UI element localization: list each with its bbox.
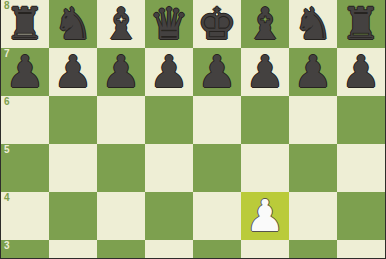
- black-pawn[interactable]: ♟: [293, 48, 332, 96]
- square-h4[interactable]: [337, 192, 385, 240]
- square-g4[interactable]: [289, 192, 337, 240]
- square-b6[interactable]: [49, 96, 97, 144]
- square-a6[interactable]: 6: [1, 96, 49, 144]
- square-c6[interactable]: [97, 96, 145, 144]
- rank-label-8: 8: [4, 1, 10, 11]
- rank-label-3: 3: [4, 241, 10, 251]
- square-f3[interactable]: [241, 240, 289, 258]
- square-g8[interactable]: ♞: [289, 0, 337, 48]
- black-bishop[interactable]: ♝: [245, 0, 284, 48]
- square-h8[interactable]: ♜: [337, 0, 385, 48]
- black-knight[interactable]: ♞: [293, 0, 332, 48]
- chess-app-screen: 8♜♞♝♛♚♝♞♜7♟♟♟♟♟♟♟♟654♟3: [0, 0, 386, 259]
- black-queen[interactable]: ♛: [149, 0, 188, 48]
- chess-board: 8♜♞♝♛♚♝♞♜7♟♟♟♟♟♟♟♟654♟3: [1, 0, 385, 258]
- black-pawn[interactable]: ♟: [149, 48, 188, 96]
- rank-label-5: 5: [4, 145, 10, 155]
- square-c7[interactable]: ♟: [97, 48, 145, 96]
- square-f6[interactable]: [241, 96, 289, 144]
- black-rook[interactable]: ♜: [341, 0, 380, 48]
- square-a7[interactable]: 7♟: [1, 48, 49, 96]
- square-c3[interactable]: [97, 240, 145, 258]
- black-bishop[interactable]: ♝: [101, 0, 140, 48]
- square-d4[interactable]: [145, 192, 193, 240]
- square-g6[interactable]: [289, 96, 337, 144]
- square-d6[interactable]: [145, 96, 193, 144]
- square-h7[interactable]: ♟: [337, 48, 385, 96]
- black-rook[interactable]: ♜: [5, 0, 44, 48]
- square-a8[interactable]: 8♜: [1, 0, 49, 48]
- square-b3[interactable]: [49, 240, 97, 258]
- square-f4[interactable]: ♟: [241, 192, 289, 240]
- square-g3[interactable]: [289, 240, 337, 258]
- board-viewport: 8♜♞♝♛♚♝♞♜7♟♟♟♟♟♟♟♟654♟3: [1, 0, 385, 258]
- rank-label-7: 7: [4, 49, 10, 59]
- rank-label-6: 6: [4, 97, 10, 107]
- square-h6[interactable]: [337, 96, 385, 144]
- square-e5[interactable]: [193, 144, 241, 192]
- square-f8[interactable]: ♝: [241, 0, 289, 48]
- square-e8[interactable]: ♚: [193, 0, 241, 48]
- black-pawn[interactable]: ♟: [341, 48, 380, 96]
- square-b4[interactable]: [49, 192, 97, 240]
- black-pawn[interactable]: ♟: [5, 48, 44, 96]
- square-h3[interactable]: [337, 240, 385, 258]
- square-g7[interactable]: ♟: [289, 48, 337, 96]
- square-e6[interactable]: [193, 96, 241, 144]
- square-a4[interactable]: 4: [1, 192, 49, 240]
- square-g5[interactable]: [289, 144, 337, 192]
- square-b8[interactable]: ♞: [49, 0, 97, 48]
- square-a3[interactable]: 3: [1, 240, 49, 258]
- square-e3[interactable]: [193, 240, 241, 258]
- square-b7[interactable]: ♟: [49, 48, 97, 96]
- square-d5[interactable]: [145, 144, 193, 192]
- black-king[interactable]: ♚: [197, 0, 236, 48]
- square-d8[interactable]: ♛: [145, 0, 193, 48]
- white-pawn[interactable]: ♟: [245, 192, 284, 240]
- black-pawn[interactable]: ♟: [101, 48, 140, 96]
- square-d7[interactable]: ♟: [145, 48, 193, 96]
- square-f7[interactable]: ♟: [241, 48, 289, 96]
- square-a5[interactable]: 5: [1, 144, 49, 192]
- black-pawn[interactable]: ♟: [245, 48, 284, 96]
- square-h5[interactable]: [337, 144, 385, 192]
- square-e4[interactable]: [193, 192, 241, 240]
- square-b5[interactable]: [49, 144, 97, 192]
- square-d3[interactable]: [145, 240, 193, 258]
- square-c5[interactable]: [97, 144, 145, 192]
- rank-label-4: 4: [4, 193, 10, 203]
- square-e7[interactable]: ♟: [193, 48, 241, 96]
- black-knight[interactable]: ♞: [53, 0, 92, 48]
- square-c4[interactable]: [97, 192, 145, 240]
- square-f5[interactable]: [241, 144, 289, 192]
- black-pawn[interactable]: ♟: [53, 48, 92, 96]
- black-pawn[interactable]: ♟: [197, 48, 236, 96]
- square-c8[interactable]: ♝: [97, 0, 145, 48]
